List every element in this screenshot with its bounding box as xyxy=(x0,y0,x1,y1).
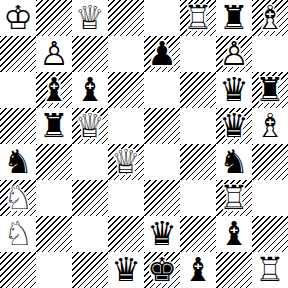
square-b5[interactable]: ♜♜ xyxy=(36,108,72,144)
black-queen-g5: ♛ xyxy=(219,108,249,144)
white-king-a8: ♔ xyxy=(3,0,33,36)
square-a2[interactable]: ♞♘ xyxy=(0,216,36,252)
square-g8[interactable]: ♜♜ xyxy=(216,0,252,36)
square-h5[interactable]: ♝♗ xyxy=(252,108,288,144)
square-a4[interactable]: ♞♞ xyxy=(0,144,36,180)
square-g1[interactable] xyxy=(216,252,252,288)
white-bishop-h8: ♗ xyxy=(255,0,285,36)
square-b3[interactable] xyxy=(36,180,72,216)
white-pawn-g7: ♙ xyxy=(219,36,249,72)
black-queen-d1: ♛ xyxy=(111,252,141,288)
white-pawn-b7: ♙ xyxy=(39,36,69,72)
white-queen-c5: ♕ xyxy=(75,108,105,144)
square-f7[interactable] xyxy=(180,36,216,72)
square-g6[interactable]: ♛♛ xyxy=(216,72,252,108)
white-queen-c8: ♕ xyxy=(75,0,105,36)
square-f6[interactable] xyxy=(180,72,216,108)
square-a6[interactable] xyxy=(0,72,36,108)
chess-board: ♚♔♛♕♜♖♜♜♝♗♟♙♟♟♟♙♝♝♝♝♛♛♜♜♜♜♛♕♛♛♝♗♞♞♛♕♞♞♞♘… xyxy=(0,0,288,288)
black-queen-e2: ♛ xyxy=(147,216,177,252)
square-d5[interactable] xyxy=(108,108,144,144)
square-e1[interactable]: ♚♚ xyxy=(144,252,180,288)
square-a7[interactable] xyxy=(0,36,36,72)
square-c2[interactable] xyxy=(72,216,108,252)
white-queen-d4: ♕ xyxy=(111,144,141,180)
square-d2[interactable] xyxy=(108,216,144,252)
black-queen-g6: ♛ xyxy=(219,72,249,108)
square-f5[interactable] xyxy=(180,108,216,144)
square-h4[interactable] xyxy=(252,144,288,180)
black-bishop-b6: ♝ xyxy=(39,72,69,108)
black-bishop-g2: ♝ xyxy=(219,216,249,252)
square-f8[interactable]: ♜♖ xyxy=(180,0,216,36)
black-rook-g8: ♜ xyxy=(219,0,249,36)
square-h3[interactable] xyxy=(252,180,288,216)
square-e7[interactable]: ♟♟ xyxy=(144,36,180,72)
square-g5[interactable]: ♛♛ xyxy=(216,108,252,144)
square-e6[interactable] xyxy=(144,72,180,108)
white-knight-a3: ♘ xyxy=(3,180,33,216)
square-b2[interactable] xyxy=(36,216,72,252)
black-knight-a4: ♞ xyxy=(3,144,33,180)
square-g7[interactable]: ♟♙ xyxy=(216,36,252,72)
square-f4[interactable] xyxy=(180,144,216,180)
square-a5[interactable] xyxy=(0,108,36,144)
square-e3[interactable] xyxy=(144,180,180,216)
square-h1[interactable]: ♜♖ xyxy=(252,252,288,288)
square-a3[interactable]: ♞♘ xyxy=(0,180,36,216)
square-c8[interactable]: ♛♕ xyxy=(72,0,108,36)
square-c3[interactable] xyxy=(72,180,108,216)
square-b4[interactable] xyxy=(36,144,72,180)
square-e5[interactable] xyxy=(144,108,180,144)
square-h7[interactable] xyxy=(252,36,288,72)
white-bishop-h5: ♗ xyxy=(255,108,285,144)
square-c1[interactable] xyxy=(72,252,108,288)
square-b8[interactable] xyxy=(36,0,72,36)
square-h2[interactable] xyxy=(252,216,288,252)
white-rook-g3: ♖ xyxy=(219,180,249,216)
square-f3[interactable] xyxy=(180,180,216,216)
black-bishop-c6: ♝ xyxy=(75,72,105,108)
square-g3[interactable]: ♜♖ xyxy=(216,180,252,216)
white-rook-f8: ♖ xyxy=(183,0,213,36)
square-c6[interactable]: ♝♝ xyxy=(72,72,108,108)
square-d7[interactable] xyxy=(108,36,144,72)
square-b1[interactable] xyxy=(36,252,72,288)
square-c4[interactable] xyxy=(72,144,108,180)
black-rook-b5: ♜ xyxy=(39,108,69,144)
square-h8[interactable]: ♝♗ xyxy=(252,0,288,36)
square-a1[interactable] xyxy=(0,252,36,288)
square-d4[interactable]: ♛♕ xyxy=(108,144,144,180)
square-c7[interactable] xyxy=(72,36,108,72)
white-knight-a2: ♘ xyxy=(3,216,33,252)
square-g4[interactable]: ♞♞ xyxy=(216,144,252,180)
square-d3[interactable] xyxy=(108,180,144,216)
square-b6[interactable]: ♝♝ xyxy=(36,72,72,108)
square-g2[interactable]: ♝♝ xyxy=(216,216,252,252)
square-f2[interactable] xyxy=(180,216,216,252)
square-e2[interactable]: ♛♛ xyxy=(144,216,180,252)
black-king-e1: ♚ xyxy=(147,252,177,288)
square-d6[interactable] xyxy=(108,72,144,108)
square-h6[interactable]: ♜♜ xyxy=(252,72,288,108)
white-rook-h1: ♖ xyxy=(255,252,285,288)
square-d1[interactable]: ♛♛ xyxy=(108,252,144,288)
square-d8[interactable] xyxy=(108,0,144,36)
black-rook-h6: ♜ xyxy=(255,72,285,108)
black-pawn-e7: ♟ xyxy=(147,36,177,72)
square-c5[interactable]: ♛♕ xyxy=(72,108,108,144)
square-a8[interactable]: ♚♔ xyxy=(0,0,36,36)
square-f1[interactable]: ♝♝ xyxy=(180,252,216,288)
square-e4[interactable] xyxy=(144,144,180,180)
black-bishop-f1: ♝ xyxy=(183,252,213,288)
square-b7[interactable]: ♟♙ xyxy=(36,36,72,72)
black-knight-g4: ♞ xyxy=(219,144,249,180)
square-e8[interactable] xyxy=(144,0,180,36)
